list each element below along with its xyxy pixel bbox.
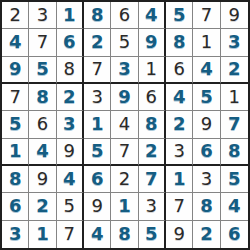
cell-r8c7[interactable]: 7	[166, 193, 193, 220]
cell-r4c2[interactable]: 8	[29, 84, 56, 111]
cell-r5c4[interactable]: 1	[84, 111, 111, 138]
cell-r8c2[interactable]: 2	[29, 193, 56, 220]
cell-r7c4[interactable]: 6	[84, 166, 111, 193]
cell-r7c5[interactable]: 2	[111, 166, 138, 193]
cell-r6c2[interactable]: 4	[29, 139, 56, 166]
cell-r7c3[interactable]: 4	[57, 166, 84, 193]
cell-r1c5[interactable]: 6	[111, 2, 138, 29]
cell-r4c8[interactable]: 5	[193, 84, 220, 111]
cell-r8c1[interactable]: 6	[2, 193, 29, 220]
cell-r8c3[interactable]: 5	[57, 193, 84, 220]
cell-r9c8[interactable]: 2	[193, 221, 220, 248]
cell-r5c5[interactable]: 4	[111, 111, 138, 138]
cell-r3c1[interactable]: 9	[2, 57, 29, 84]
cell-r9c4[interactable]: 4	[84, 221, 111, 248]
cell-r2c5[interactable]: 5	[111, 29, 138, 56]
sudoku-board: 2318645794762598139587316427823964515631…	[0, 0, 250, 250]
cell-r7c7[interactable]: 1	[166, 166, 193, 193]
cell-r7c2[interactable]: 9	[29, 166, 56, 193]
cell-r7c9[interactable]: 5	[221, 166, 248, 193]
cell-r8c5[interactable]: 1	[111, 193, 138, 220]
cell-r9c5[interactable]: 8	[111, 221, 138, 248]
cell-r1c2[interactable]: 3	[29, 2, 56, 29]
cell-r3c5[interactable]: 3	[111, 57, 138, 84]
cell-r9c2[interactable]: 1	[29, 221, 56, 248]
cell-r2c4[interactable]: 2	[84, 29, 111, 56]
cell-r5c6[interactable]: 8	[139, 111, 166, 138]
cell-r7c8[interactable]: 3	[193, 166, 220, 193]
cell-r6c9[interactable]: 8	[221, 139, 248, 166]
cell-r2c1[interactable]: 4	[2, 29, 29, 56]
cell-r5c2[interactable]: 6	[29, 111, 56, 138]
cell-r5c8[interactable]: 9	[193, 111, 220, 138]
cell-r4c9[interactable]: 1	[221, 84, 248, 111]
cell-r8c9[interactable]: 4	[221, 193, 248, 220]
cell-r2c7[interactable]: 8	[166, 29, 193, 56]
cell-r5c9[interactable]: 7	[221, 111, 248, 138]
cell-r8c6[interactable]: 3	[139, 193, 166, 220]
cell-r2c8[interactable]: 1	[193, 29, 220, 56]
cell-r9c7[interactable]: 9	[166, 221, 193, 248]
cell-r1c1[interactable]: 2	[2, 2, 29, 29]
cell-r1c9[interactable]: 9	[221, 2, 248, 29]
cell-r6c6[interactable]: 2	[139, 139, 166, 166]
cell-r2c6[interactable]: 9	[139, 29, 166, 56]
cell-r4c4[interactable]: 3	[84, 84, 111, 111]
cell-r4c3[interactable]: 2	[57, 84, 84, 111]
cell-r6c3[interactable]: 9	[57, 139, 84, 166]
cell-r6c8[interactable]: 6	[193, 139, 220, 166]
cell-r3c6[interactable]: 1	[139, 57, 166, 84]
cell-r6c1[interactable]: 1	[2, 139, 29, 166]
cell-r3c7[interactable]: 6	[166, 57, 193, 84]
cell-r3c2[interactable]: 5	[29, 57, 56, 84]
cell-r1c7[interactable]: 5	[166, 2, 193, 29]
cell-r5c3[interactable]: 3	[57, 111, 84, 138]
cell-r7c6[interactable]: 7	[139, 166, 166, 193]
cell-r2c9[interactable]: 3	[221, 29, 248, 56]
cell-r4c5[interactable]: 9	[111, 84, 138, 111]
cell-r5c7[interactable]: 2	[166, 111, 193, 138]
cell-r2c3[interactable]: 6	[57, 29, 84, 56]
cell-r1c6[interactable]: 4	[139, 2, 166, 29]
cell-r6c5[interactable]: 7	[111, 139, 138, 166]
cell-r9c6[interactable]: 5	[139, 221, 166, 248]
cell-r9c3[interactable]: 7	[57, 221, 84, 248]
cell-r3c3[interactable]: 8	[57, 57, 84, 84]
cell-r3c9[interactable]: 2	[221, 57, 248, 84]
cell-r8c8[interactable]: 8	[193, 193, 220, 220]
cell-r4c6[interactable]: 6	[139, 84, 166, 111]
cell-r4c7[interactable]: 4	[166, 84, 193, 111]
cell-r6c7[interactable]: 3	[166, 139, 193, 166]
cell-r1c3[interactable]: 1	[57, 2, 84, 29]
cell-r3c4[interactable]: 7	[84, 57, 111, 84]
cell-r1c4[interactable]: 8	[84, 2, 111, 29]
cell-r9c9[interactable]: 6	[221, 221, 248, 248]
cell-r4c1[interactable]: 7	[2, 84, 29, 111]
cell-r3c8[interactable]: 4	[193, 57, 220, 84]
cell-r7c1[interactable]: 8	[2, 166, 29, 193]
cell-r5c1[interactable]: 5	[2, 111, 29, 138]
cell-r1c8[interactable]: 7	[193, 2, 220, 29]
cell-r6c4[interactable]: 5	[84, 139, 111, 166]
cell-r2c2[interactable]: 7	[29, 29, 56, 56]
cell-r8c4[interactable]: 9	[84, 193, 111, 220]
cell-r9c1[interactable]: 3	[2, 221, 29, 248]
